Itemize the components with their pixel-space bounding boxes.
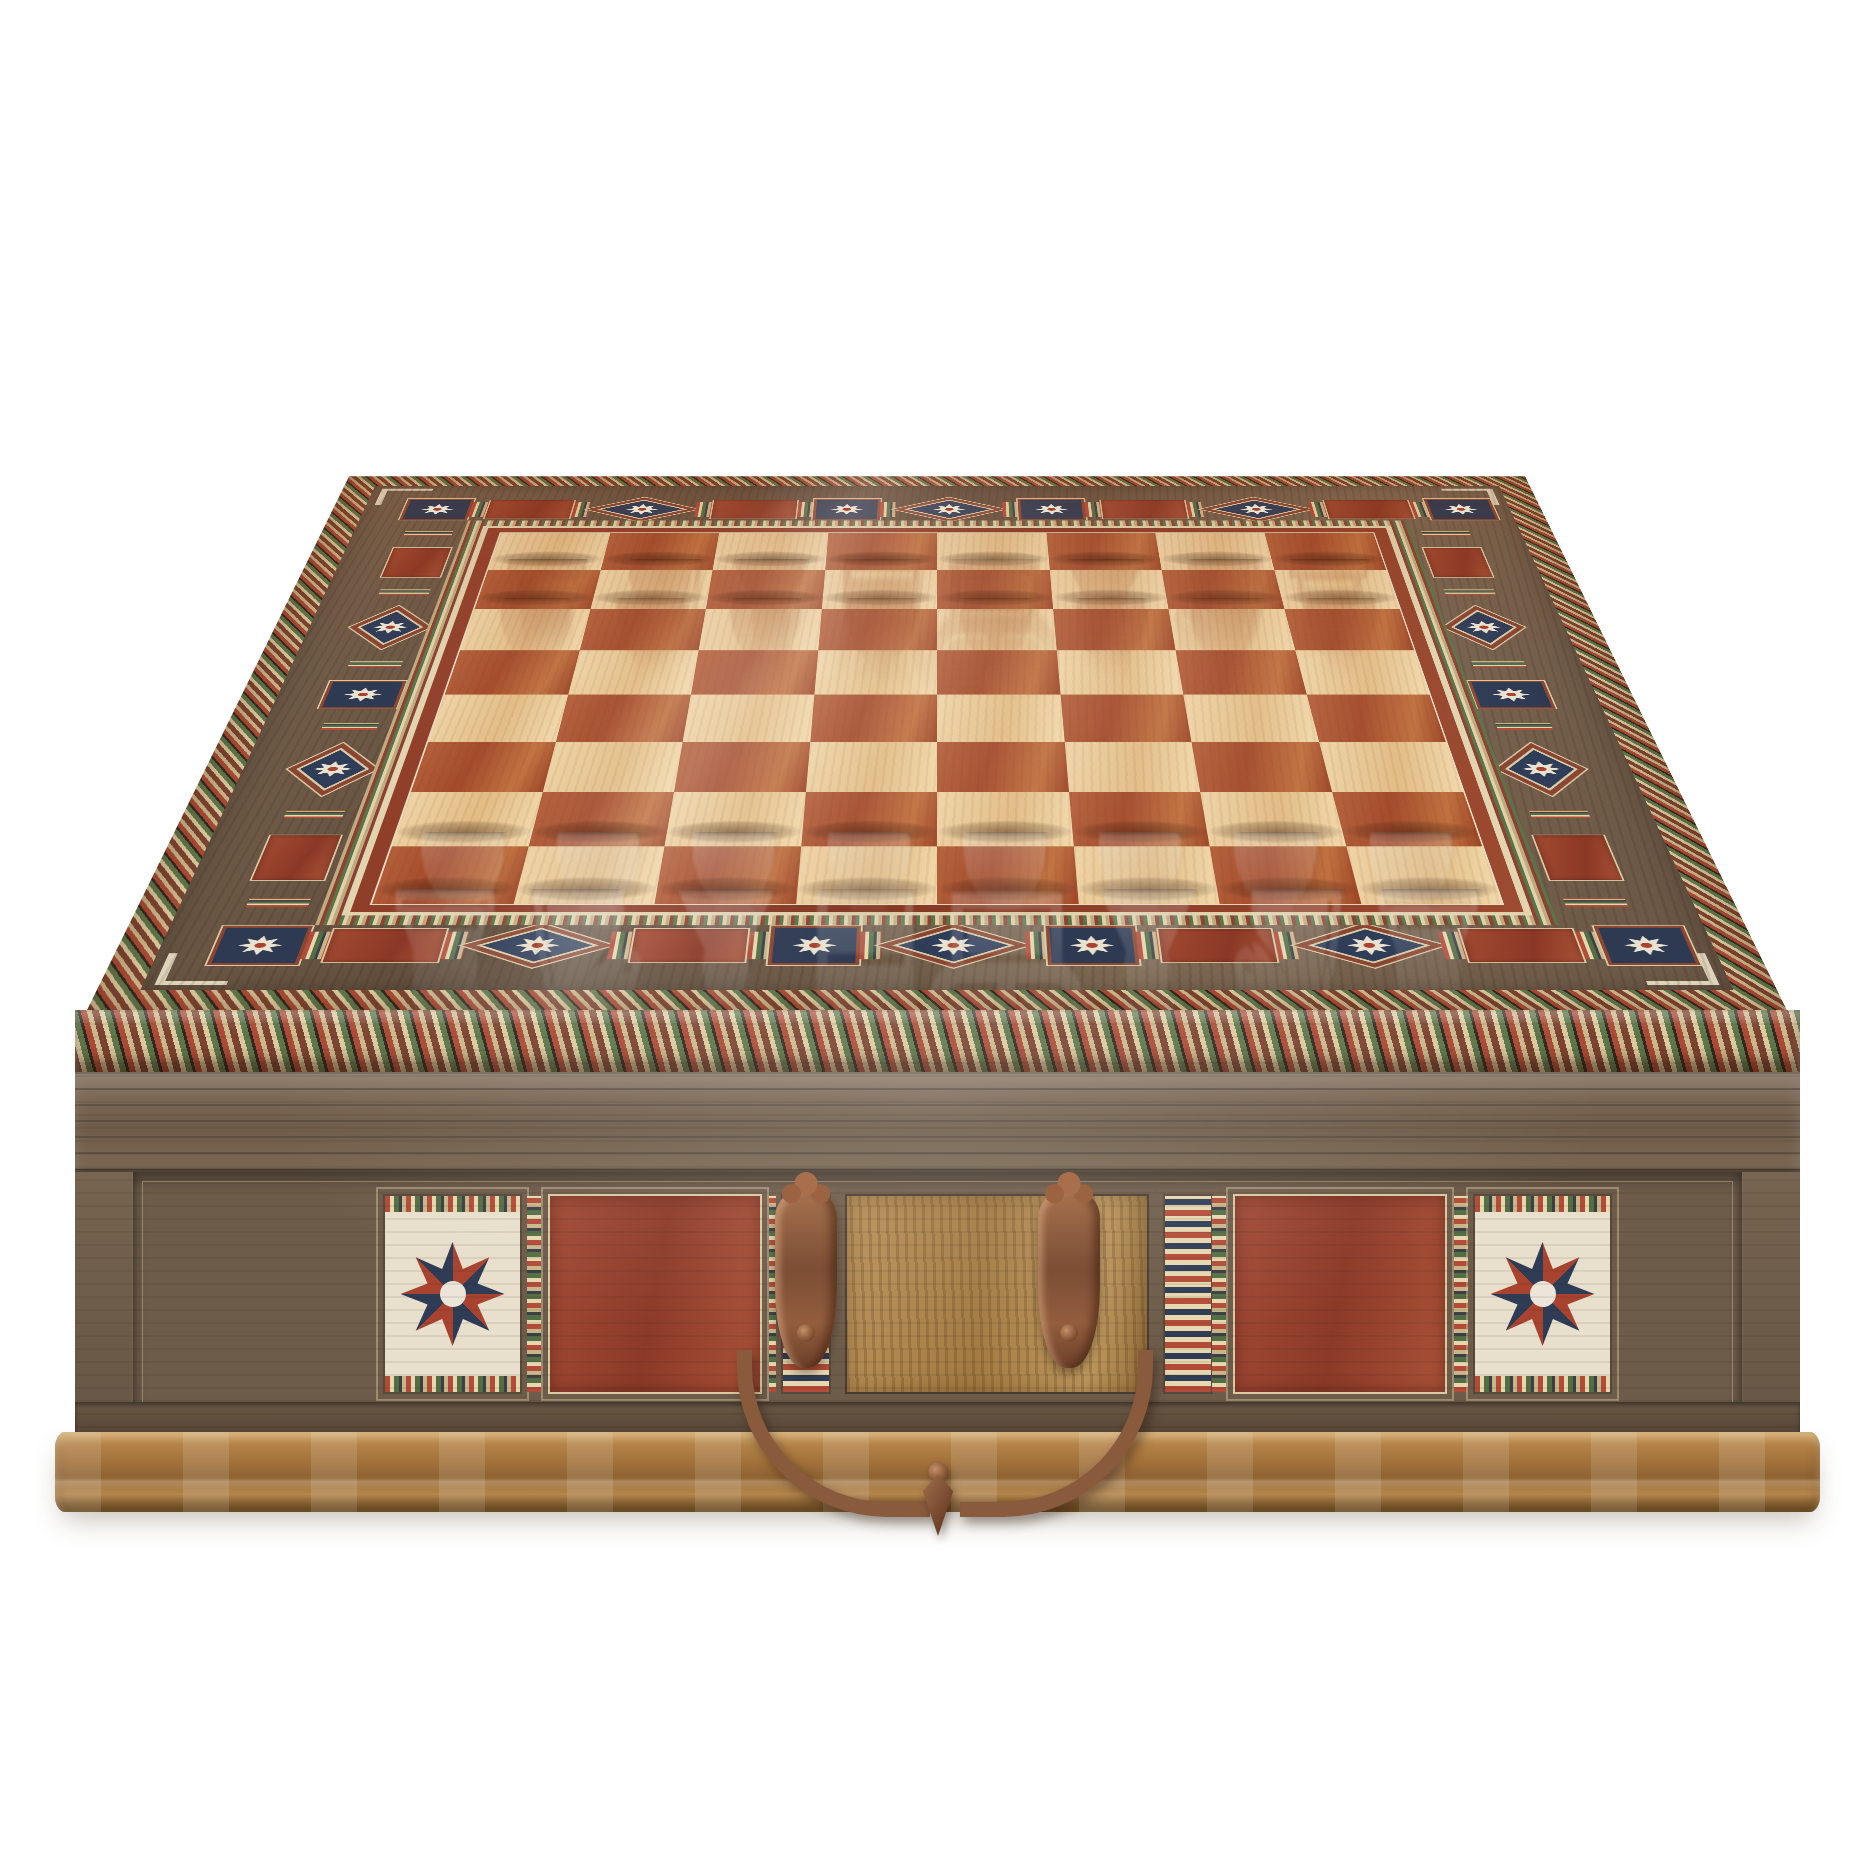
mosaic-star [1468,681,1556,709]
square-a5 [445,650,580,694]
square-a4 [428,695,568,742]
drawer-mosaic-strip-right [1163,1194,1213,1394]
square-c2 [665,792,806,846]
mosaic-red [1156,928,1279,963]
square-h3 [1319,742,1464,792]
square-g7 [1162,570,1284,609]
mosaic-red [1322,500,1415,519]
square-g6 [1168,609,1294,651]
mosaic-dia [896,499,1004,519]
square-g3 [1191,742,1331,792]
square-h1 [1346,846,1502,904]
square-g1 [1210,846,1361,904]
mosaic-star [1017,499,1086,520]
mosaic-star [207,926,313,965]
square-e4 [937,695,1064,742]
board-squares [370,532,1505,905]
mosaic-stripe [283,810,345,818]
square-e5 [937,650,1060,694]
mosaic-stripe [347,661,402,667]
mosaic-stripe [747,932,771,960]
eight-point-star-icon [1491,1242,1595,1346]
square-g8 [1155,533,1274,570]
mosaic-red [709,500,799,519]
mosaic-star [318,681,406,709]
square-g4 [1183,695,1318,742]
mosaic-stripe [321,723,379,730]
square-h2 [1332,792,1482,846]
front-bottom-rail [75,1402,1800,1432]
mosaic-red [320,928,449,963]
square-e1 [937,846,1078,904]
mosaic-red [483,500,576,519]
square-d6 [818,609,937,651]
mosaic-dia [1442,607,1527,648]
square-b2 [528,792,674,846]
mosaic-red [1531,835,1624,881]
drawer-star-medallion-right [1473,1194,1612,1394]
mosaic-star [768,926,861,965]
square-f8 [1046,533,1161,570]
mosaic-star [1594,926,1701,965]
mosaic-stripe [1444,589,1496,595]
drawer-star-medallion-left [383,1194,522,1394]
mosaic-band-near [206,925,1668,965]
mosaic-red [1457,928,1587,963]
square-e7 [937,570,1053,609]
mosaic-star [399,499,474,520]
mosaic-stripe [1471,661,1526,667]
drawer-handle-backplate-left [775,1188,837,1368]
mosaic-star [1423,499,1499,520]
mosaic-stripe [1421,531,1471,536]
square-c6 [699,609,822,651]
storage-drawer [133,1172,1742,1412]
mosaic-stripe [246,898,311,907]
chess-board-top: ♜♜♞♞♝♝♛♛♚♚♝♝♞♞♜♜♟♟♟♟♟♟♟♟♟♟♟♟♟♟♟♟♟♟♟♟♟♟♟♟… [87,476,1787,1010]
mosaic-dia [586,499,697,519]
mosaic-stripe [859,932,881,960]
square-c4 [683,695,814,742]
mosaic-stripe [880,502,896,517]
square-b1 [513,846,664,904]
square-f7 [1049,570,1168,609]
perspective-wrapper: ♜♜♞♞♝♝♛♛♚♚♝♝♞♞♜♜♟♟♟♟♟♟♟♟♟♟♟♟♟♟♟♟♟♟♟♟♟♟♟♟… [0,0,1875,1875]
mosaic-dia [284,744,380,794]
square-b4 [556,695,691,742]
square-a3 [411,742,556,792]
square-b5 [568,650,699,694]
drawer-handle-backplate-right [1038,1188,1100,1368]
eight-point-star-icon [401,1242,505,1346]
mosaic-stripe [1002,502,1019,517]
mosaic-star [812,499,880,520]
square-d7 [821,570,937,609]
square-c5 [691,650,818,694]
front-top-rail [75,1072,1800,1172]
mosaic-stripe [1025,932,1048,960]
square-f5 [1056,650,1183,694]
handle-pendant [918,1462,958,1536]
square-b3 [542,742,682,792]
scene: ♜♜♞♞♝♝♛♛♚♚♝♝♞♞♜♜♟♟♟♟♟♟♟♟♟♟♟♟♟♟♟♟♟♟♟♟♟♟♟♟… [0,0,1875,1875]
square-a7 [475,570,601,609]
square-c3 [674,742,810,792]
mosaic-red [1421,547,1494,577]
mosaic-dia [347,607,432,648]
mosaic-dia [460,927,613,964]
square-b6 [579,609,705,651]
square-f6 [1053,609,1176,651]
square-b7 [590,570,712,609]
square-c7 [706,570,825,609]
square-h7 [1274,570,1400,609]
mosaic-red [628,928,751,963]
drawer-red-panel-right [1233,1194,1447,1394]
mosaic-stripe [1495,723,1553,730]
square-c1 [654,846,800,904]
mosaic-stripe [1529,810,1591,818]
mosaic-stripe [797,502,814,517]
square-d4 [810,695,937,742]
square-f2 [1069,792,1210,846]
square-a6 [460,609,590,651]
square-b8 [600,533,719,570]
square-d3 [805,742,937,792]
mosaic-red [380,547,453,577]
square-e2 [937,792,1073,846]
square-a2 [392,792,542,846]
square-g2 [1200,792,1346,846]
square-h5 [1295,650,1430,694]
mosaic-stripe [1563,898,1628,907]
square-h8 [1264,533,1386,570]
mosaic-dia [1293,927,1447,964]
square-d2 [801,792,937,846]
mosaic-stripe [403,531,453,536]
square-d8 [825,533,937,570]
mosaic-red [1099,500,1189,519]
mosaic-dia [881,927,1027,964]
box-front [75,1010,1800,1432]
square-f4 [1060,695,1191,742]
square-e8 [937,533,1049,570]
square-c8 [713,533,828,570]
square-g5 [1176,650,1307,694]
mosaic-red [250,835,343,881]
square-a1 [372,846,528,904]
mosaic-band-far [399,498,1475,520]
mosaic-star [1046,926,1140,965]
square-f3 [1064,742,1200,792]
square-e3 [937,742,1069,792]
square-e6 [937,609,1056,651]
front-edge-stripe-lip [75,1010,1800,1072]
square-d5 [814,650,937,694]
square-h4 [1306,695,1445,742]
square-d1 [796,846,937,904]
square-h6 [1284,609,1414,651]
square-f1 [1073,846,1219,904]
drawer-red-panel-left [548,1194,762,1394]
mosaic-dia [1201,499,1313,519]
square-a8 [488,533,610,570]
mosaic-stripe [378,589,430,595]
